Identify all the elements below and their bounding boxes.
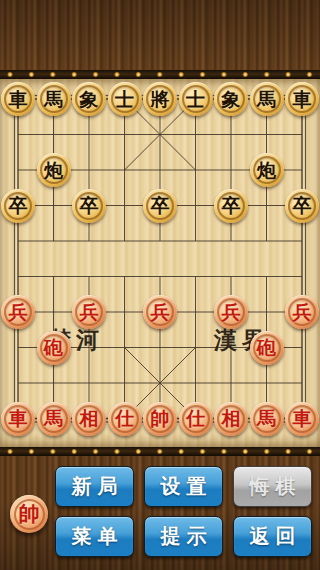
new-game-button[interactable]: 新局: [55, 466, 134, 507]
piece-glyph: 炮: [257, 161, 276, 180]
piece-black-chariot[interactable]: 車: [285, 82, 319, 116]
piece-glyph: 象: [222, 90, 241, 109]
piece-glyph: 卒: [9, 196, 28, 215]
red-general-glyph: 帥: [19, 500, 40, 528]
piece-red-soldier[interactable]: 兵: [285, 295, 319, 329]
piece-red-chariot[interactable]: 車: [1, 402, 35, 436]
piece-black-soldier[interactable]: 卒: [143, 189, 177, 223]
piece-black-chariot[interactable]: 車: [1, 82, 35, 116]
piece-glyph: 車: [9, 409, 28, 428]
piece-glyph: 兵: [80, 303, 99, 322]
piece-red-advisor[interactable]: 仕: [108, 402, 142, 436]
piece-glyph: 車: [293, 90, 312, 109]
piece-red-horse[interactable]: 馬: [37, 402, 71, 436]
nail-stud-strip-bottom: [0, 447, 320, 456]
piece-glyph: 兵: [293, 303, 312, 322]
piece-glyph: 車: [9, 90, 28, 109]
piece-black-soldier[interactable]: 卒: [214, 189, 248, 223]
piece-glyph: 馬: [257, 409, 276, 428]
piece-black-horse[interactable]: 馬: [37, 82, 71, 116]
piece-red-soldier[interactable]: 兵: [72, 295, 106, 329]
piece-glyph: 砲: [44, 338, 63, 357]
menu-button[interactable]: 菜单: [55, 516, 134, 557]
piece-glyph: 砲: [257, 338, 276, 357]
piece-red-horse[interactable]: 馬: [250, 402, 284, 436]
piece-glyph: 卒: [293, 196, 312, 215]
piece-black-elephant[interactable]: 象: [72, 82, 106, 116]
piece-glyph: 帥: [151, 409, 170, 428]
hint-button[interactable]: 提示: [144, 516, 223, 557]
board-grid: [0, 79, 320, 447]
piece-glyph: 車: [293, 409, 312, 428]
piece-glyph: 仕: [115, 409, 134, 428]
piece-black-cannon[interactable]: 炮: [250, 153, 284, 187]
piece-glyph: 將: [151, 90, 170, 109]
piece-black-advisor[interactable]: 士: [108, 82, 142, 116]
piece-red-elephant[interactable]: 相: [72, 402, 106, 436]
piece-black-elephant[interactable]: 象: [214, 82, 248, 116]
piece-black-cannon[interactable]: 炮: [37, 153, 71, 187]
piece-red-cannon[interactable]: 砲: [250, 331, 284, 365]
turn-indicator-red-general: 帥: [10, 495, 48, 533]
piece-red-chariot[interactable]: 車: [285, 402, 319, 436]
piece-black-soldier[interactable]: 卒: [285, 189, 319, 223]
piece-glyph: 相: [80, 409, 99, 428]
piece-black-horse[interactable]: 馬: [250, 82, 284, 116]
piece-glyph: 象: [80, 90, 99, 109]
piece-red-soldier[interactable]: 兵: [1, 295, 35, 329]
piece-glyph: 馬: [44, 409, 63, 428]
piece-glyph: 相: [222, 409, 241, 428]
piece-red-general[interactable]: 帥: [143, 402, 177, 436]
piece-glyph: 炮: [44, 161, 63, 180]
undo-button[interactable]: 悔棋: [233, 466, 312, 507]
piece-black-advisor[interactable]: 士: [179, 82, 213, 116]
back-button[interactable]: 返回: [233, 516, 312, 557]
piece-glyph: 馬: [257, 90, 276, 109]
piece-red-soldier[interactable]: 兵: [143, 295, 177, 329]
piece-red-elephant[interactable]: 相: [214, 402, 248, 436]
piece-glyph: 士: [115, 90, 134, 109]
piece-black-general[interactable]: 將: [143, 82, 177, 116]
xiangqi-board[interactable]: 楚河 漢界 車馬象士將士象馬車炮炮卒卒卒卒卒兵兵兵兵兵砲砲車馬相仕帥仕相馬車: [0, 79, 320, 447]
piece-glyph: 卒: [80, 196, 99, 215]
piece-black-soldier[interactable]: 卒: [1, 189, 35, 223]
piece-glyph: 卒: [222, 196, 241, 215]
piece-glyph: 卒: [151, 196, 170, 215]
xiangqi-app: 楚河 漢界 車馬象士將士象馬車炮炮卒卒卒卒卒兵兵兵兵兵砲砲車馬相仕帥仕相馬車 帥…: [0, 0, 320, 570]
piece-glyph: 仕: [186, 409, 205, 428]
nail-stud-strip-top: [0, 70, 320, 79]
piece-glyph: 兵: [222, 303, 241, 322]
settings-button[interactable]: 设置: [144, 466, 223, 507]
piece-red-advisor[interactable]: 仕: [179, 402, 213, 436]
piece-red-soldier[interactable]: 兵: [214, 295, 248, 329]
piece-glyph: 士: [186, 90, 205, 109]
piece-glyph: 兵: [151, 303, 170, 322]
piece-red-cannon[interactable]: 砲: [37, 331, 71, 365]
piece-glyph: 兵: [9, 303, 28, 322]
piece-black-soldier[interactable]: 卒: [72, 189, 106, 223]
piece-glyph: 馬: [44, 90, 63, 109]
